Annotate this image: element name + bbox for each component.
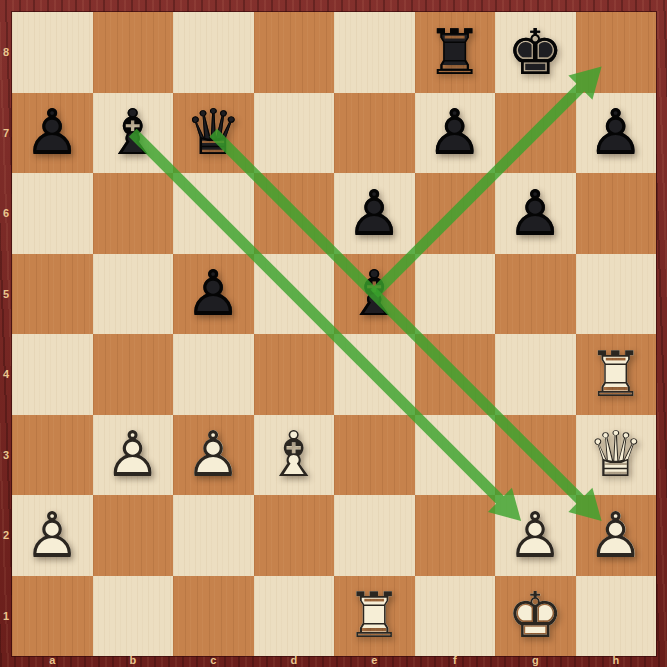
- square-h8[interactable]: [576, 12, 657, 93]
- square-b5[interactable]: [93, 254, 174, 335]
- piece-black-rook-f8[interactable]: ♜♖: [415, 12, 496, 93]
- piece-black-bishop-b7[interactable]: ♝♗: [93, 93, 174, 174]
- square-h6[interactable]: [576, 173, 657, 254]
- white-bishop-outline-icon: ♗: [254, 415, 335, 496]
- square-f5[interactable]: [415, 254, 496, 335]
- white-pawn-outline-icon: ♙: [93, 415, 174, 496]
- square-d8[interactable]: [254, 12, 335, 93]
- square-d2[interactable]: [254, 495, 335, 576]
- rank-label-1: 1: [0, 610, 12, 622]
- black-bishop-outline-icon: ♗: [93, 93, 174, 174]
- square-f3[interactable]: [415, 415, 496, 496]
- square-f2[interactable]: [415, 495, 496, 576]
- square-d1[interactable]: [254, 576, 335, 657]
- white-queen-outline-icon: ♕: [576, 415, 657, 496]
- square-c6[interactable]: [173, 173, 254, 254]
- piece-black-pawn-c5[interactable]: ♟♙: [173, 254, 254, 335]
- chess-board-frame: ♜♖♚♔♟♙♝♗♛♕♟♙♟♙♟♙♟♙♟♙♝♗♜♖♟♙♟♙♝♗♛♕♟♙♟♙♟♙♜♖…: [0, 0, 667, 667]
- black-king-outline-icon: ♔: [495, 12, 576, 93]
- rank-label-5: 5: [0, 288, 12, 300]
- piece-white-rook-h4[interactable]: ♜♖: [576, 334, 657, 415]
- square-e2[interactable]: [334, 495, 415, 576]
- piece-white-pawn-g2[interactable]: ♟♙: [495, 495, 576, 576]
- square-d6[interactable]: [254, 173, 335, 254]
- square-b4[interactable]: [93, 334, 174, 415]
- black-pawn-outline-icon: ♙: [495, 173, 576, 254]
- piece-white-queen-h3[interactable]: ♛♕: [576, 415, 657, 496]
- square-a4[interactable]: [12, 334, 93, 415]
- square-a8[interactable]: [12, 12, 93, 93]
- square-f1[interactable]: [415, 576, 496, 657]
- square-a1[interactable]: [12, 576, 93, 657]
- piece-black-king-g8[interactable]: ♚♔: [495, 12, 576, 93]
- square-c1[interactable]: [173, 576, 254, 657]
- piece-black-pawn-a7[interactable]: ♟♙: [12, 93, 93, 174]
- piece-black-pawn-h7[interactable]: ♟♙: [576, 93, 657, 174]
- black-queen-outline-icon: ♕: [173, 93, 254, 174]
- piece-black-pawn-g6[interactable]: ♟♙: [495, 173, 576, 254]
- white-king-outline-icon: ♔: [495, 576, 576, 657]
- white-pawn-outline-icon: ♙: [12, 495, 93, 576]
- black-rook-outline-icon: ♖: [415, 12, 496, 93]
- piece-black-pawn-e6[interactable]: ♟♙: [334, 173, 415, 254]
- white-pawn-outline-icon: ♙: [495, 495, 576, 576]
- square-e7[interactable]: [334, 93, 415, 174]
- square-c4[interactable]: [173, 334, 254, 415]
- black-pawn-outline-icon: ♙: [12, 93, 93, 174]
- square-f4[interactable]: [415, 334, 496, 415]
- white-rook-outline-icon: ♖: [334, 576, 415, 657]
- square-b1[interactable]: [93, 576, 174, 657]
- black-pawn-outline-icon: ♙: [334, 173, 415, 254]
- piece-white-bishop-d3[interactable]: ♝♗: [254, 415, 335, 496]
- piece-white-pawn-c3[interactable]: ♟♙: [173, 415, 254, 496]
- square-a5[interactable]: [12, 254, 93, 335]
- square-a6[interactable]: [12, 173, 93, 254]
- rank-label-8: 8: [0, 46, 12, 58]
- piece-black-pawn-f7[interactable]: ♟♙: [415, 93, 496, 174]
- square-e4[interactable]: [334, 334, 415, 415]
- square-g3[interactable]: [495, 415, 576, 496]
- square-b8[interactable]: [93, 12, 174, 93]
- square-a3[interactable]: [12, 415, 93, 496]
- square-d5[interactable]: [254, 254, 335, 335]
- white-rook-outline-icon: ♖: [576, 334, 657, 415]
- piece-black-queen-c7[interactable]: ♛♕: [173, 93, 254, 174]
- piece-white-pawn-b3[interactable]: ♟♙: [93, 415, 174, 496]
- black-pawn-outline-icon: ♙: [576, 93, 657, 174]
- rank-label-2: 2: [0, 529, 12, 541]
- square-g5[interactable]: [495, 254, 576, 335]
- rank-label-7: 7: [0, 127, 12, 139]
- piece-black-bishop-e5[interactable]: ♝♗: [334, 254, 415, 335]
- square-d7[interactable]: [254, 93, 335, 174]
- piece-white-pawn-a2[interactable]: ♟♙: [12, 495, 93, 576]
- square-c8[interactable]: [173, 12, 254, 93]
- white-pawn-outline-icon: ♙: [173, 415, 254, 496]
- square-g4[interactable]: [495, 334, 576, 415]
- square-b2[interactable]: [93, 495, 174, 576]
- rank-label-3: 3: [0, 449, 12, 461]
- square-g7[interactable]: [495, 93, 576, 174]
- black-bishop-outline-icon: ♗: [334, 254, 415, 335]
- square-h5[interactable]: [576, 254, 657, 335]
- rank-label-4: 4: [0, 368, 12, 380]
- square-e3[interactable]: [334, 415, 415, 496]
- piece-white-pawn-h2[interactable]: ♟♙: [576, 495, 657, 576]
- square-d4[interactable]: [254, 334, 335, 415]
- piece-white-king-g1[interactable]: ♚♔: [495, 576, 576, 657]
- rank-label-6: 6: [0, 207, 12, 219]
- white-pawn-outline-icon: ♙: [576, 495, 657, 576]
- square-e8[interactable]: [334, 12, 415, 93]
- square-b6[interactable]: [93, 173, 174, 254]
- piece-white-rook-e1[interactable]: ♜♖: [334, 576, 415, 657]
- square-c2[interactable]: [173, 495, 254, 576]
- black-pawn-outline-icon: ♙: [415, 93, 496, 174]
- square-h1[interactable]: [576, 576, 657, 657]
- black-pawn-outline-icon: ♙: [173, 254, 254, 335]
- square-f6[interactable]: [415, 173, 496, 254]
